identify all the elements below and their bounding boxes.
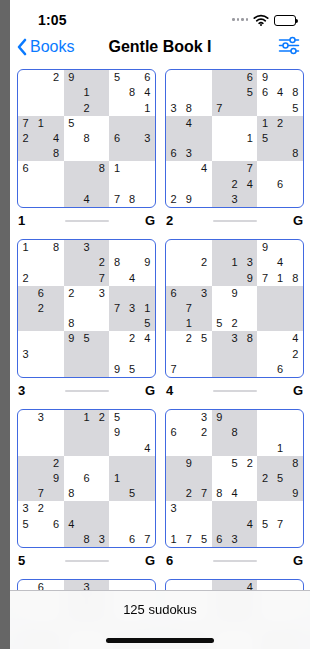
sudoku-cell-r4c6: 2 [242,456,257,471]
puzzle-card-4[interactable]: 921349718639715225384276 4 G [165,239,304,399]
sudoku-cell-r9c9 [288,362,303,377]
sudoku-cell-r5c2 [181,131,196,146]
sudoku-cell-r9c7 [257,192,272,207]
sudoku-cell-r5c1: 2 [18,131,33,146]
puzzle-card-2[interactable]: 69564838754121563847246293 2 G [165,69,304,229]
sudoku-cell-r2c9 [288,425,303,440]
sudoku-cell-r9c8: 5 [125,362,140,377]
sudoku-cell-r5c8 [273,131,288,146]
sudoku-cell-r1c3: 2 [48,70,63,85]
sudoku-cell-r1c9 [288,410,303,425]
puzzle-card-5[interactable]: 3125942961785325648367 5 G [17,409,156,569]
sudoku-cell-r3c1 [166,440,181,455]
sudoku-cell-r2c1 [166,255,181,270]
back-button[interactable]: Books [16,32,74,62]
sudoku-cell-r4c9 [288,116,303,131]
sudoku-cell-r4c3 [196,456,211,471]
sudoku-cell-r5c6: 1 [242,131,257,146]
sudoku-cell-r5c9: 3 [140,131,155,146]
sudoku-cell-r8c8: 7 [273,517,288,532]
sudoku-cell-r8c8 [125,517,140,532]
sudoku-cell-r1c2 [181,240,196,255]
sudoku-cell-r8c3: 6 [48,517,63,532]
sudoku-cell-r2c5: 1 [227,255,242,270]
sudoku-cell-r3c9: 4 [140,440,155,455]
sudoku-cell-r4c2: 4 [181,116,196,131]
sudoku-cell-r9c5: 8 [79,532,94,547]
sudoku-cell-r8c5 [79,517,94,532]
sudoku-cell-r6c3: 7 [196,486,211,501]
sudoku-cell-r5c8: 5 [273,471,288,486]
sliders-icon [278,36,300,55]
sudoku-board-1: 295618421715248638681478 [17,69,156,208]
sudoku-cell-r3c1: 3 [166,100,181,115]
sudoku-cell-r4c7: 1 [257,116,272,131]
difficulty-badge: G [145,383,155,398]
sudoku-cell-r5c7: 7 [109,301,124,316]
sudoku-cell-r6c8 [125,146,140,161]
sudoku-cell-r4c6 [94,456,109,471]
sudoku-cell-r7c6 [94,331,109,346]
sudoku-cell-r7c7 [257,501,272,516]
sudoku-cell-r6c5 [79,316,94,331]
sudoku-cell-r2c5: 8 [227,425,242,440]
sudoku-cell-r6c1 [18,316,33,331]
sudoku-cell-r6c4: 8 [212,486,227,501]
puzzle-card-1[interactable]: 295618421715248638681478 1 G [17,69,156,229]
sudoku-cell-r9c6 [242,362,257,377]
sudoku-cell-r4c5: 5 [227,456,242,471]
sudoku-cell-r2c3 [48,85,63,100]
sudoku-cell-r1c8 [273,410,288,425]
sudoku-cell-r6c3 [48,486,63,501]
sudoku-cell-r3c2 [33,440,48,455]
sudoku-cell-r6c5 [79,486,94,501]
sudoku-cell-r5c4 [212,471,227,486]
sudoku-cell-r1c7: 9 [257,70,272,85]
sudoku-cell-r9c1: 1 [166,532,181,547]
status-bar: 1:05 [10,0,310,32]
sudoku-cell-r9c2 [33,362,48,377]
sudoku-cell-r4c3: 3 [196,286,211,301]
sudoku-cell-r8c5 [227,517,242,532]
sudoku-cell-r8c4 [212,347,227,362]
sudoku-board-6: 39628195282527849345717563 [165,409,304,548]
sudoku-cell-r1c9 [140,240,155,255]
sudoku-cell-r7c9 [288,161,303,176]
sudoku-cell-r1c7 [257,410,272,425]
sudoku-cell-r7c2 [33,161,48,176]
sudoku-cell-r8c1 [166,517,181,532]
sudoku-cell-r5c1 [18,301,33,316]
sudoku-cell-r3c4 [212,440,227,455]
sudoku-cell-r4c8 [273,456,288,471]
sudoku-cell-r1c4 [64,240,79,255]
sudoku-cell-r8c7 [257,177,272,192]
sudoku-cell-r4c2: 9 [181,456,196,471]
sudoku-cell-r4c2: 6 [33,286,48,301]
sudoku-cell-r3c1 [18,100,33,115]
back-button-label: Books [30,38,74,56]
sudoku-cell-r8c3 [196,177,211,192]
sudoku-cell-r8c6: 4 [242,517,257,532]
sudoku-cell-r1c3 [196,240,211,255]
sudoku-cell-r6c6 [94,316,109,331]
sudoku-cell-r3c8: 1 [273,440,288,455]
sudoku-cell-r1c1 [18,70,33,85]
sudoku-cell-r9c6 [94,362,109,377]
sudoku-cell-r9c2 [33,192,48,207]
sudoku-cell-r5c2: 7 [181,301,196,316]
sudoku-cell-r5c5: 8 [79,131,94,146]
sudoku-cell-r2c8 [125,255,140,270]
sudoku-cell-r4c1: 7 [18,116,33,131]
sudoku-cell-r4c5 [79,456,94,471]
sudoku-cell-r6c4: 8 [64,486,79,501]
sudoku-cell-r7c4 [212,161,227,176]
sudoku-cell-r7c5: 5 [79,331,94,346]
sudoku-cell-r9c8: 6 [125,532,140,547]
sudoku-cell-r8c1 [166,347,181,362]
sudoku-cell-r3c5 [79,440,94,455]
sudoku-cell-r9c9 [140,192,155,207]
app-screen: 1:05 Books Gentle Book I [10,0,310,649]
sudoku-cell-r5c3 [196,131,211,146]
sudoku-cell-r6c4: 5 [212,316,227,331]
sudoku-cell-r1c3 [48,410,63,425]
sudoku-cell-r7c6: 7 [242,161,257,176]
status-icons [232,14,296,26]
sudoku-cell-r6c3 [48,316,63,331]
sudoku-cell-r9c1: 2 [166,192,181,207]
sudoku-cell-r2c1 [18,425,33,440]
sudoku-cell-r5c7: 2 [257,471,272,486]
sudoku-cell-r9c7 [257,362,272,377]
sudoku-cell-r9c5: 4 [79,192,94,207]
sudoku-cell-r1c2: 3 [33,410,48,425]
sudoku-cell-r5c4 [212,301,227,316]
sudoku-cell-r1c5: 3 [79,240,94,255]
sudoku-cell-r9c8 [273,532,288,547]
sudoku-cell-r1c4 [212,70,227,85]
sudoku-cell-r9c1: 7 [166,362,181,377]
sudoku-cell-r9c3 [196,192,211,207]
sudoku-cell-r6c3 [196,316,211,331]
sudoku-cell-r2c4 [64,85,79,100]
sudoku-cell-r4c4 [212,456,227,471]
puzzle-number: 6 [166,553,173,568]
sudoku-cell-r4c1 [166,116,181,131]
sudoku-cell-r2c8: 8 [125,85,140,100]
sudoku-cell-r1c7: 5 [109,410,124,425]
difficulty-badge: G [293,383,303,398]
sudoku-cell-r7c1 [18,331,33,346]
sudoku-cell-r1c5 [227,70,242,85]
sudoku-cell-r8c2 [181,177,196,192]
sudoku-cell-r8c3 [48,347,63,362]
sudoku-cell-r8c1 [166,177,181,192]
sudoku-cell-r1c2 [181,410,196,425]
puzzle-card-6[interactable]: 39628195282527849345717563 6 G [165,409,304,569]
sudoku-board-5: 3125942961785325648367 [17,409,156,548]
sudoku-cell-r9c4 [64,532,79,547]
sudoku-cell-r9c5: 3 [227,192,242,207]
home-indicator[interactable] [106,638,214,643]
sudoku-cell-r6c7 [109,316,124,331]
sudoku-cell-r3c7 [257,440,272,455]
sudoku-cell-r5c4 [64,301,79,316]
sudoku-cell-r9c2: 7 [181,532,196,547]
sudoku-cell-r9c1 [18,192,33,207]
sudoku-board-2: 69564838754121563847246293 [165,69,304,208]
sudoku-cell-r8c3 [196,347,211,362]
sudoku-cell-r3c1 [18,440,33,455]
sudoku-cell-r9c1 [18,532,33,547]
puzzle-number: 5 [18,553,25,568]
sudoku-cell-r9c6 [94,192,109,207]
sudoku-cell-r1c2 [33,240,48,255]
sudoku-cell-r9c9 [288,192,303,207]
sudoku-cell-r2c2 [33,85,48,100]
sudoku-cell-r7c2: 2 [181,331,196,346]
sudoku-cell-r8c7 [109,517,124,532]
sudoku-cell-r1c2 [181,70,196,85]
sudoku-cell-r4c5 [79,116,94,131]
sudoku-cell-r8c5 [227,347,242,362]
sudoku-cell-r1c8 [125,410,140,425]
sudoku-cell-r6c1 [166,316,181,331]
sudoku-cell-r5c8: 3 [125,301,140,316]
sudoku-cell-r7c3 [196,501,211,516]
sudoku-cell-r8c7 [109,177,124,192]
sudoku-cell-r9c6 [242,532,257,547]
sudoku-cell-r5c9 [288,301,303,316]
sudoku-cell-r6c9: 5 [140,316,155,331]
sudoku-cell-r1c6 [94,70,109,85]
sudoku-cell-r1c6 [94,240,109,255]
sudoku-cell-r5c6 [94,131,109,146]
sudoku-cell-r2c4 [212,255,227,270]
sudoku-cell-r8c4 [64,177,79,192]
difficulty-badge: G [293,553,303,568]
sudoku-cell-r6c2: 3 [181,146,196,161]
sudoku-cell-r4c4 [212,286,227,301]
sudoku-cell-r2c7: 9 [109,425,124,440]
sudoku-cell-r9c7 [257,532,272,547]
sudoku-cell-r3c1 [166,270,181,285]
sudoku-cell-r6c7 [109,146,124,161]
sudoku-cell-r6c1: 6 [166,146,181,161]
sudoku-cell-r6c4 [64,146,79,161]
sudoku-cell-r7c7 [257,331,272,346]
sudoku-cell-r7c7 [257,161,272,176]
sudoku-cell-r2c2 [181,425,196,440]
sudoku-cell-r7c3 [48,501,63,516]
sudoku-cell-r5c8 [273,301,288,316]
sudoku-cell-r2c6: 5 [242,85,257,100]
sudoku-cell-r1c8 [125,70,140,85]
sudoku-cell-r3c3 [196,100,211,115]
sudoku-cell-r4c1: 6 [166,286,181,301]
sudoku-cell-r7c3: 5 [196,331,211,346]
sudoku-cell-r6c1 [166,486,181,501]
sudoku-cell-r7c2 [181,161,196,176]
sudoku-cell-r2c7 [109,85,124,100]
sudoku-cell-r4c2 [181,286,196,301]
sudoku-cell-r9c3: 5 [196,532,211,547]
sudoku-cell-r7c6 [94,501,109,516]
progress-bar [65,390,109,392]
sudoku-cell-r2c4 [212,425,227,440]
sudoku-cell-r4c1 [18,286,33,301]
sudoku-cell-r4c3: 2 [48,456,63,471]
sudoku-cell-r8c6 [242,347,257,362]
sudoku-cell-r2c8: 4 [273,255,288,270]
sudoku-cell-r3c5 [227,100,242,115]
sudoku-cell-r7c9 [140,501,155,516]
sudoku-cell-r5c4 [212,131,227,146]
sudoku-cell-r5c5 [79,301,94,316]
sudoku-cell-r8c9 [140,177,155,192]
sudoku-cell-r5c7: 6 [109,131,124,146]
sudoku-cell-r3c4 [64,270,79,285]
sudoku-cell-r3c8: 4 [125,270,140,285]
sudoku-cell-r1c2 [33,70,48,85]
sudoku-cell-r9c9 [140,362,155,377]
sudoku-cell-r6c8 [273,146,288,161]
sudoku-cell-r9c5 [227,362,242,377]
sudoku-cell-r4c8: 2 [273,116,288,131]
puzzle-row-3: 3125942961785325648367 5 G 3962819528252… [17,409,304,569]
sudoku-cell-r8c9: 2 [288,347,303,362]
sudoku-cell-r7c3 [48,161,63,176]
sudoku-cell-r1c1: 1 [18,240,33,255]
sudoku-cell-r3c4 [64,440,79,455]
sudoku-cell-r9c3 [196,362,211,377]
sudoku-cell-r4c9 [288,286,303,301]
sudoku-cell-r5c6 [242,471,257,486]
sudoku-cell-r8c2 [181,517,196,532]
sudoku-cell-r1c6 [242,240,257,255]
sudoku-cell-r3c8 [125,440,140,455]
sudoku-cell-r8c6 [94,177,109,192]
navigation-bar: Books Gentle Book I [10,32,310,62]
sudoku-cell-r2c5 [227,85,242,100]
sudoku-cell-r9c3 [48,362,63,377]
sudoku-cell-r5c9 [288,131,303,146]
sudoku-cell-r1c3: 3 [196,410,211,425]
sudoku-cell-r8c2 [33,517,48,532]
filter-button[interactable] [278,36,300,59]
sudoku-cell-r7c6: 8 [94,161,109,176]
sudoku-cell-r9c9: 7 [140,532,155,547]
sudoku-cell-r8c5 [79,347,94,362]
sudoku-cell-r9c8: 8 [125,192,140,207]
sudoku-cell-r2c3: 2 [196,255,211,270]
sudoku-cell-r1c4 [64,410,79,425]
sudoku-cell-r9c3 [48,192,63,207]
sudoku-cell-r8c8: 6 [273,177,288,192]
sudoku-cell-r7c1: 6 [18,161,33,176]
sudoku-cell-r2c4 [64,255,79,270]
puzzle-card-3[interactable]: 1832892746232731859524395 3 G [17,239,156,399]
sudoku-cell-r1c4: 9 [64,70,79,85]
sudoku-cell-r8c1: 3 [18,347,33,362]
sudoku-cell-r1c5 [227,410,242,425]
sudoku-cell-r3c7 [257,100,272,115]
sudoku-cell-r4c9 [140,456,155,471]
sudoku-cell-r6c2: 7 [33,486,48,501]
sudoku-cell-r3c9 [140,270,155,285]
sudoku-cell-r4c9 [140,116,155,131]
sudoku-cell-r2c1 [18,255,33,270]
sudoku-cell-r9c4: 6 [212,532,227,547]
sudoku-cell-r4c1 [18,456,33,471]
sudoku-cell-r7c2: 2 [33,501,48,516]
sudoku-cell-r7c5 [227,161,242,176]
sudoku-cell-r6c5 [227,146,242,161]
sudoku-cell-r5c3: 9 [48,471,63,486]
sudoku-cell-r3c5 [227,440,242,455]
puzzle-number: 3 [18,383,25,398]
sudoku-cell-r6c2: 1 [181,316,196,331]
sudoku-cell-r4c8 [273,286,288,301]
chevron-left-icon [16,38,27,56]
sudoku-cell-r5c5 [227,301,242,316]
sudoku-cell-r7c5 [79,501,94,516]
sudoku-cell-r4c6: 3 [94,286,109,301]
sudoku-cell-r6c7 [257,486,272,501]
sudoku-cell-r5c2 [33,471,48,486]
sudoku-cell-r9c7: 7 [109,192,124,207]
sudoku-cell-r3c3 [196,270,211,285]
sudoku-cell-r6c1 [18,486,33,501]
sudoku-cell-r8c3 [48,177,63,192]
sudoku-cell-r1c9 [288,240,303,255]
sudoku-cell-r1c9 [140,410,155,425]
sudoku-cell-r7c8 [125,161,140,176]
battery-icon [274,15,296,26]
sudoku-cell-r2c6: 2 [94,255,109,270]
sudoku-cell-r3c3 [48,100,63,115]
sudoku-cell-r8c6: 4 [242,177,257,192]
sudoku-cell-r3c4 [64,100,79,115]
sudoku-board-3: 1832892746232731859524395 [17,239,156,378]
puzzle-caption: 2 G [165,212,304,229]
sudoku-cell-r3c5 [79,270,94,285]
puzzle-list: 295618421715248638681478 1 G 69564838754… [10,62,310,649]
sudoku-cell-r5c4 [64,471,79,486]
sudoku-cell-r7c4 [212,331,227,346]
sudoku-cell-r7c1: 3 [18,501,33,516]
sudoku-cell-r3c9: 1 [140,100,155,115]
sudoku-cell-r4c5 [227,116,242,131]
sudoku-cell-r4c2: 1 [33,116,48,131]
sudoku-cell-r1c3 [196,70,211,85]
sudoku-cell-r3c4 [212,270,227,285]
sudoku-cell-r3c8 [125,100,140,115]
sudoku-cell-r3c2 [181,270,196,285]
sudoku-cell-r5c2 [181,471,196,486]
sudoku-cell-r7c4: 9 [64,331,79,346]
sudoku-cell-r4c8 [125,286,140,301]
sudoku-cell-r5c9: 1 [140,301,155,316]
sudoku-cell-r2c5: 1 [79,85,94,100]
sudoku-cell-r7c8 [273,161,288,176]
sudoku-cell-r5c4 [64,131,79,146]
sudoku-cell-r7c6: 8 [242,331,257,346]
sudoku-cell-r1c1 [18,410,33,425]
